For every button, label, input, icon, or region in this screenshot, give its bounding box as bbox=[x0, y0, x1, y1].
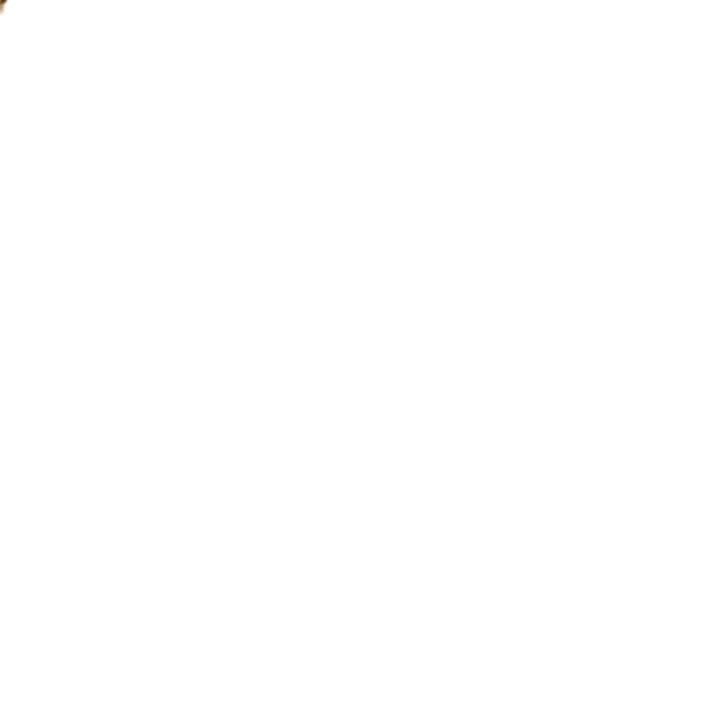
chess-board[interactable] bbox=[0, 0, 720, 720]
product-photo-stage: ♜♜♞♞♝♝♚♚♛♛♝♝♞♞♜♜♟♟♟♟♟♟♟♟♟♟♟♟♟♟♟♟ bbox=[0, 0, 720, 720]
